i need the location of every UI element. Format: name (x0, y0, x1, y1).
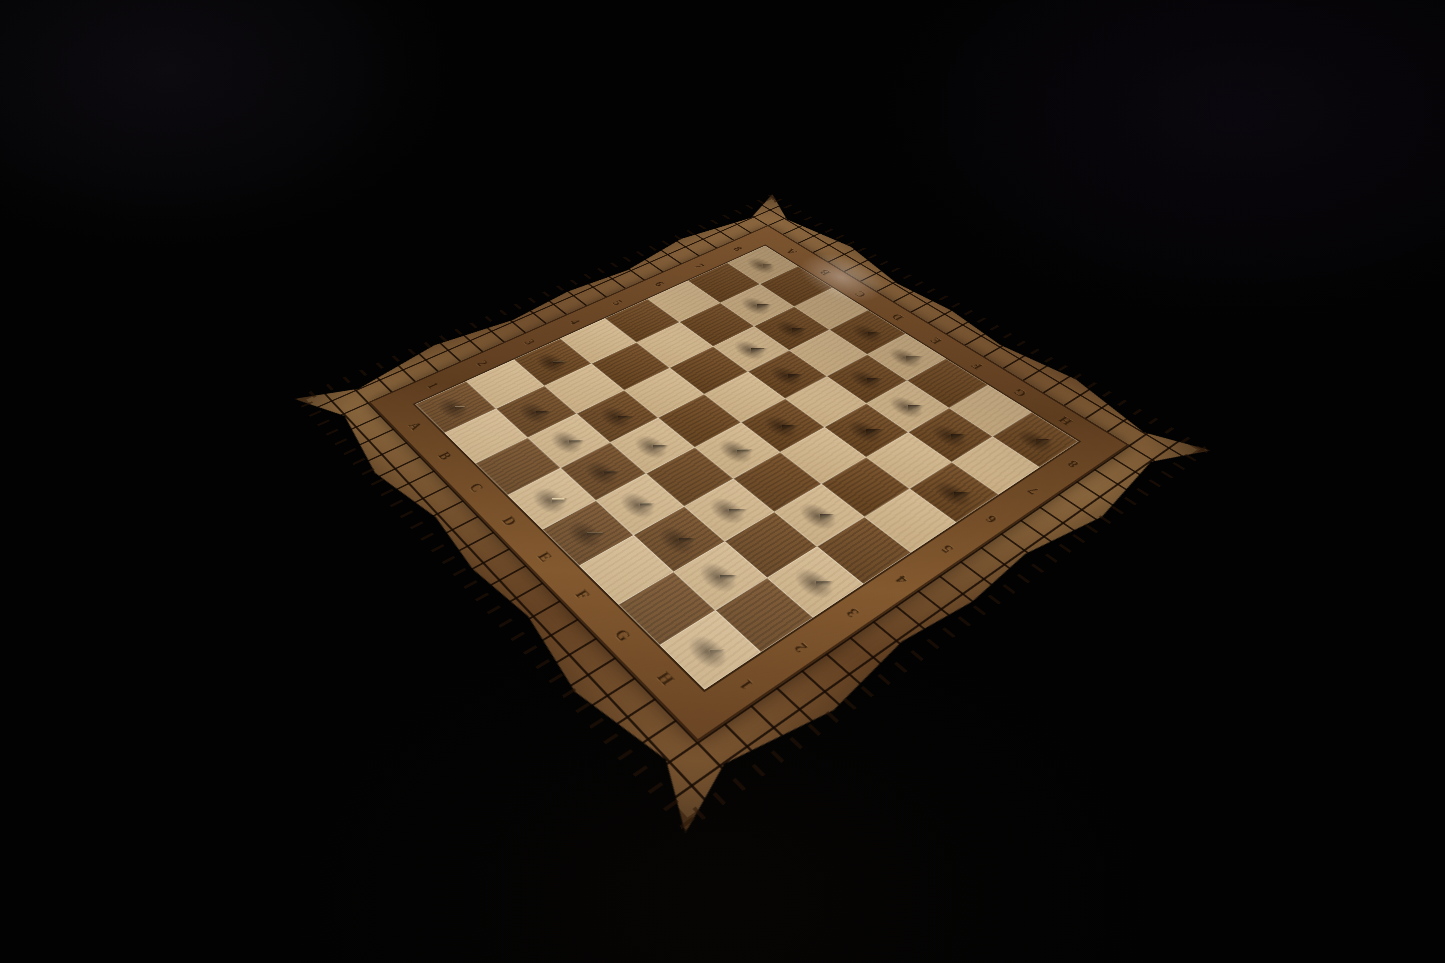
rank-label-right-6: 6 (982, 513, 1001, 526)
piece-glyph: ♟ (769, 340, 805, 380)
piece-glyph: ♟ (535, 328, 570, 368)
rank-label-right-3: 3 (842, 605, 863, 620)
rank-label-right-1: 1 (735, 676, 757, 693)
file-label-bottom-F: F (571, 587, 593, 603)
file-label-top-B: B (817, 268, 834, 277)
file-label-top-A: A (784, 247, 801, 256)
piece-glyph: ♞ (705, 463, 754, 517)
file-label-bottom-A: A (404, 420, 425, 432)
piece-glyph: ♜ (749, 239, 776, 270)
piece-glyph: ♛ (1008, 388, 1063, 449)
photo-stage: AA11BB22CC33DD44EE55FF66GG77HH88 ♜♝♚♛♟♟♟… (0, 0, 1445, 963)
file-label-bottom-E: E (533, 549, 555, 564)
piece-glyph: ♟ (775, 296, 809, 334)
piece-glyph: ♜ (440, 377, 472, 412)
file-label-bottom-C: C (465, 481, 487, 495)
piece-glyph: ♟ (658, 499, 700, 546)
piece-glyph: ♟ (794, 540, 837, 588)
rank-label-right-2: 2 (790, 640, 811, 656)
piece-glyph: ♟ (764, 389, 802, 431)
piece-glyph: ♟ (849, 344, 885, 384)
piece-glyph: ♚ (880, 308, 932, 366)
rank-label-left-5: 5 (609, 299, 625, 307)
piece-glyph: ♞ (730, 309, 772, 356)
rank-label-right-5: 5 (938, 542, 957, 555)
piece-glyph: ♟ (633, 409, 672, 452)
rank-label-left-8: 8 (730, 245, 745, 252)
piece-glyph: ♚ (557, 475, 618, 544)
rank-label-right-4: 4 (891, 573, 911, 587)
piece-glyph: ♝ (793, 465, 846, 524)
file-label-bottom-B: B (434, 450, 455, 463)
rank-label-left-6: 6 (651, 280, 667, 288)
file-label-bottom-G: G (610, 626, 635, 644)
file-label-top-F: F (968, 361, 985, 371)
rank-label-right-8: 8 (1064, 458, 1081, 470)
piece-glyph: ♞ (844, 387, 889, 437)
piece-glyph: ♟ (931, 399, 969, 442)
piece-glyph: ♟ (718, 414, 757, 457)
rank-label-left-2: 2 (473, 359, 491, 369)
piece-glyph: ♟ (934, 454, 974, 499)
piece-glyph: ♟ (699, 534, 742, 582)
piece-glyph: ♜ (690, 612, 729, 656)
piece-glyph: ♟ (889, 371, 926, 412)
file-label-bottom-H: H (652, 669, 678, 689)
rank-label-right-7: 7 (1024, 485, 1042, 497)
chess-board-grid: ♜♝♚♛♟♟♟♟♟♞♟♞♟♟♟♝♟♞♟♞♟♟♟♟♝♟♟♜♛♚♜ (415, 246, 1078, 690)
file-label-bottom-D: D (498, 514, 520, 529)
rank-label-left-7: 7 (691, 262, 706, 270)
